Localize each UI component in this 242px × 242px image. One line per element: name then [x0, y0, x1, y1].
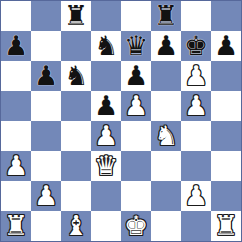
square-h4[interactable] — [211, 121, 241, 151]
square-g1[interactable] — [181, 211, 211, 241]
square-d6[interactable] — [91, 61, 121, 91]
square-d4[interactable]: ♟ — [91, 121, 121, 151]
piece-white-bishop[interactable]: ♝ — [64, 211, 88, 241]
piece-black-rook[interactable]: ♜ — [154, 1, 178, 31]
piece-white-pawn[interactable]: ♟ — [34, 181, 58, 211]
square-f8[interactable]: ♜ — [151, 1, 181, 31]
piece-white-pawn[interactable]: ♟ — [184, 91, 208, 121]
square-d1[interactable] — [91, 211, 121, 241]
square-e7[interactable]: ♛ — [121, 31, 151, 61]
piece-white-rook[interactable]: ♜ — [214, 211, 238, 241]
square-d7[interactable]: ♞ — [91, 31, 121, 61]
square-a3[interactable]: ♟ — [1, 151, 31, 181]
square-b4[interactable] — [31, 121, 61, 151]
square-a5[interactable] — [1, 91, 31, 121]
square-g3[interactable] — [181, 151, 211, 181]
piece-white-king[interactable]: ♚ — [124, 211, 148, 241]
square-f7[interactable]: ♟ — [151, 31, 181, 61]
square-d5[interactable]: ♟ — [91, 91, 121, 121]
square-f2[interactable] — [151, 181, 181, 211]
piece-black-knight[interactable]: ♞ — [94, 31, 118, 61]
square-c6[interactable]: ♞ — [61, 61, 91, 91]
square-c2[interactable] — [61, 181, 91, 211]
square-a7[interactable]: ♟ — [1, 31, 31, 61]
piece-black-king[interactable]: ♚ — [184, 31, 208, 61]
square-f3[interactable] — [151, 151, 181, 181]
square-d8[interactable] — [91, 1, 121, 31]
square-h7[interactable]: ♟ — [211, 31, 241, 61]
square-b2[interactable]: ♟ — [31, 181, 61, 211]
square-f1[interactable] — [151, 211, 181, 241]
square-h5[interactable] — [211, 91, 241, 121]
square-b3[interactable] — [31, 151, 61, 181]
piece-white-pawn[interactable]: ♟ — [184, 181, 208, 211]
square-e3[interactable] — [121, 151, 151, 181]
square-b8[interactable] — [31, 1, 61, 31]
square-a4[interactable] — [1, 121, 31, 151]
square-h2[interactable] — [211, 181, 241, 211]
piece-black-pawn[interactable]: ♟ — [34, 61, 58, 91]
square-g7[interactable]: ♚ — [181, 31, 211, 61]
square-d2[interactable] — [91, 181, 121, 211]
square-e4[interactable] — [121, 121, 151, 151]
square-g2[interactable]: ♟ — [181, 181, 211, 211]
square-g6[interactable]: ♟ — [181, 61, 211, 91]
square-a8[interactable] — [1, 1, 31, 31]
square-c1[interactable]: ♝ — [61, 211, 91, 241]
piece-black-rook[interactable]: ♜ — [64, 1, 88, 31]
piece-black-pawn[interactable]: ♟ — [214, 31, 238, 61]
square-a2[interactable] — [1, 181, 31, 211]
square-e5[interactable]: ♟ — [121, 91, 151, 121]
square-f4[interactable]: ♞ — [151, 121, 181, 151]
piece-white-pawn[interactable]: ♟ — [184, 61, 208, 91]
square-f5[interactable] — [151, 91, 181, 121]
square-g5[interactable]: ♟ — [181, 91, 211, 121]
square-h3[interactable] — [211, 151, 241, 181]
square-b6[interactable]: ♟ — [31, 61, 61, 91]
square-a6[interactable] — [1, 61, 31, 91]
square-c3[interactable] — [61, 151, 91, 181]
piece-white-pawn[interactable]: ♟ — [94, 121, 118, 151]
square-e1[interactable]: ♚ — [121, 211, 151, 241]
square-c4[interactable] — [61, 121, 91, 151]
piece-black-knight[interactable]: ♞ — [64, 61, 88, 91]
square-c7[interactable] — [61, 31, 91, 61]
square-d3[interactable]: ♛ — [91, 151, 121, 181]
piece-white-queen[interactable]: ♛ — [94, 151, 118, 181]
piece-white-pawn[interactable]: ♟ — [4, 151, 28, 181]
square-h8[interactable] — [211, 1, 241, 31]
square-b1[interactable] — [31, 211, 61, 241]
piece-black-pawn[interactable]: ♟ — [154, 31, 178, 61]
piece-white-knight[interactable]: ♞ — [154, 121, 178, 151]
square-b5[interactable] — [31, 91, 61, 121]
square-c5[interactable] — [61, 91, 91, 121]
square-h6[interactable] — [211, 61, 241, 91]
piece-white-pawn[interactable]: ♟ — [124, 91, 148, 121]
square-g4[interactable] — [181, 121, 211, 151]
square-e6[interactable]: ♟ — [121, 61, 151, 91]
square-g8[interactable] — [181, 1, 211, 31]
piece-black-queen[interactable]: ♛ — [124, 31, 148, 61]
piece-white-rook[interactable]: ♜ — [4, 211, 28, 241]
square-e8[interactable] — [121, 1, 151, 31]
piece-black-pawn[interactable]: ♟ — [4, 31, 28, 61]
square-f6[interactable] — [151, 61, 181, 91]
piece-black-pawn[interactable]: ♟ — [124, 61, 148, 91]
square-h1[interactable]: ♜ — [211, 211, 241, 241]
square-e2[interactable] — [121, 181, 151, 211]
piece-black-pawn[interactable]: ♟ — [94, 91, 118, 121]
chess-board-container: ♜♜♟♞♛♟♚♟♟♞♟♟♟♟♟♟♞♟♛♟♟♜♝♚♜ — [0, 0, 242, 242]
square-c8[interactable]: ♜ — [61, 1, 91, 31]
square-b7[interactable] — [31, 31, 61, 61]
chess-board: ♜♜♟♞♛♟♚♟♟♞♟♟♟♟♟♟♞♟♛♟♟♜♝♚♜ — [0, 0, 242, 242]
square-a1[interactable]: ♜ — [1, 211, 31, 241]
